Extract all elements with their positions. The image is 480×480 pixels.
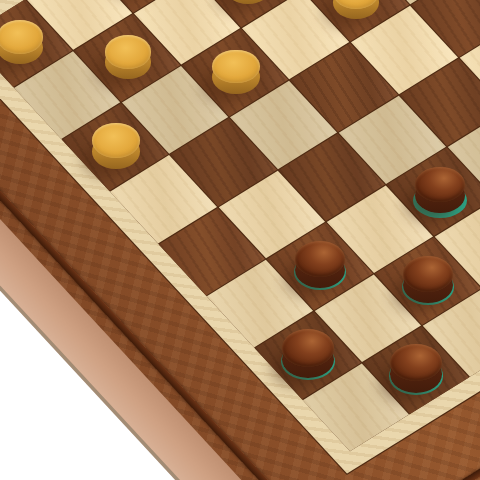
yellow-piece-e7 (225, 0, 271, 8)
checkers-board-photo (0, 0, 480, 480)
red-piece-g3 (295, 241, 345, 292)
yellow-piece-f6 (212, 50, 259, 98)
yellow-piece-d6 (333, 0, 379, 23)
red-piece-f2 (403, 256, 453, 307)
piece-top-face (212, 50, 259, 84)
piece-side (225, 0, 271, 4)
red-piece-e3 (415, 167, 464, 220)
yellow-piece-g7 (105, 35, 152, 83)
piece-top-face (105, 35, 152, 69)
red-piece-g1 (390, 344, 442, 397)
piece-top-face (295, 241, 345, 277)
yellow-piece-h8 (0, 20, 43, 68)
red-piece-h2 (282, 329, 334, 382)
piece-top-face (282, 329, 334, 366)
piece-top-face (390, 344, 442, 381)
piece-top-face (403, 256, 453, 292)
piece-top-face (92, 123, 140, 158)
yellow-piece-h6 (92, 123, 140, 172)
piece-top-face (415, 167, 464, 202)
pieces-layer (0, 0, 480, 480)
